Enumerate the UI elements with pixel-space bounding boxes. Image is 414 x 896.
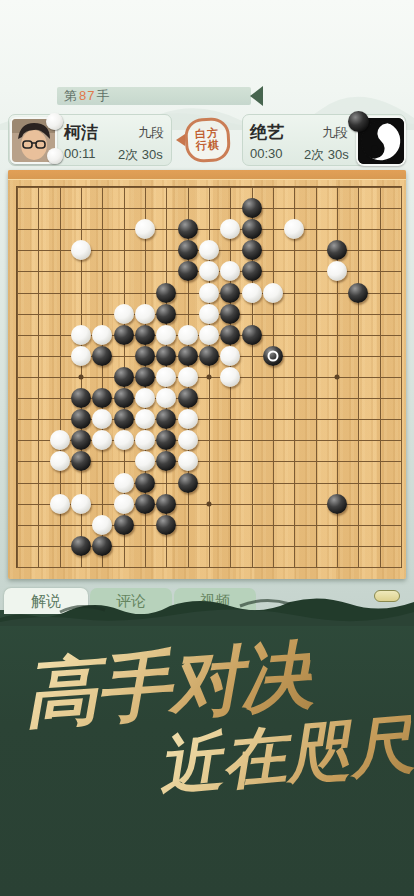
stone-white	[114, 473, 134, 493]
stone-white	[178, 325, 198, 345]
star-point	[207, 501, 212, 506]
turn-seal-line2: 行棋	[196, 139, 221, 152]
stone-black	[114, 325, 134, 345]
white-player-clock: 00:11	[64, 146, 96, 161]
stone-black	[327, 494, 347, 514]
stone-white	[71, 346, 91, 366]
collapsed-handle-pill[interactable]	[374, 590, 400, 602]
stone-white	[220, 219, 240, 239]
white-player-rank: 九段	[138, 124, 164, 142]
stone-white	[71, 494, 91, 514]
stone-black	[220, 304, 240, 324]
stone-black	[242, 261, 262, 281]
stone-white	[135, 388, 155, 408]
stone-white	[242, 283, 262, 303]
stone-black	[348, 283, 368, 303]
stone-white	[327, 261, 347, 281]
stone-black	[220, 283, 240, 303]
stone-white	[156, 325, 176, 345]
stone-black	[71, 409, 91, 429]
stone-white	[220, 261, 240, 281]
stone-black	[242, 219, 262, 239]
stone-black	[178, 473, 198, 493]
move-number-bar: 第87手	[57, 87, 251, 105]
grid-line-vertical	[316, 187, 317, 567]
stone-black	[156, 346, 176, 366]
white-stone-badge-small	[47, 148, 63, 164]
stone-white	[71, 325, 91, 345]
stone-black-last-move	[263, 346, 283, 366]
stone-black	[178, 219, 198, 239]
stone-black	[135, 346, 155, 366]
star-point	[335, 375, 340, 380]
ink-wash-mountains	[0, 592, 414, 626]
stone-white	[178, 430, 198, 450]
move-number-text: 第87手	[64, 87, 110, 105]
stone-black	[156, 430, 176, 450]
stone-black	[178, 240, 198, 260]
stone-white	[92, 409, 112, 429]
stone-black	[92, 388, 112, 408]
stone-black	[242, 325, 262, 345]
stone-black	[114, 367, 134, 387]
star-point	[79, 375, 84, 380]
stone-black	[71, 430, 91, 450]
app-screen: 第87手 柯洁 九段 00:11 2次 30s 白方 行棋 绝艺 九段 00:3…	[0, 0, 414, 896]
stone-black	[135, 473, 155, 493]
stone-white	[284, 219, 304, 239]
stone-white	[220, 367, 240, 387]
stone-black	[71, 388, 91, 408]
stone-white	[199, 240, 219, 260]
stone-white	[92, 325, 112, 345]
stone-black	[156, 515, 176, 535]
stone-black	[135, 494, 155, 514]
black-stone-badge	[348, 111, 369, 132]
black-player-clock: 00:30	[250, 146, 283, 161]
turn-indicator-arrow-icon	[176, 134, 185, 146]
stone-white	[199, 304, 219, 324]
grid-line-vertical	[380, 187, 381, 567]
black-player-name[interactable]: 绝艺	[250, 121, 284, 144]
stone-white	[178, 367, 198, 387]
stone-black	[178, 388, 198, 408]
stone-white	[50, 430, 70, 450]
stone-white	[135, 430, 155, 450]
grid-line-vertical	[294, 187, 295, 567]
stone-black	[92, 536, 112, 556]
stone-black	[71, 451, 91, 471]
grid-line-horizontal	[17, 483, 401, 484]
stone-white	[71, 240, 91, 260]
move-bar-arrow-icon[interactable]	[250, 86, 263, 106]
stone-white	[156, 367, 176, 387]
stone-white	[92, 515, 112, 535]
stone-black	[135, 367, 155, 387]
stone-black	[71, 536, 91, 556]
stone-black	[178, 346, 198, 366]
stone-black	[199, 346, 219, 366]
grid-line-vertical	[273, 187, 274, 567]
stone-black	[135, 325, 155, 345]
stone-white	[199, 325, 219, 345]
black-player-rank: 九段	[322, 124, 348, 142]
stone-white	[135, 409, 155, 429]
grid-line-vertical	[358, 187, 359, 567]
stone-white	[114, 430, 134, 450]
turn-seal: 白方 行棋	[184, 117, 231, 163]
star-point	[207, 375, 212, 380]
stone-black	[156, 494, 176, 514]
stone-black	[156, 304, 176, 324]
white-player-name[interactable]: 柯洁	[64, 121, 98, 144]
stone-black	[156, 409, 176, 429]
stone-black	[114, 515, 134, 535]
grid-line-horizontal	[17, 567, 401, 568]
stone-black	[92, 346, 112, 366]
stone-white	[50, 451, 70, 471]
stone-white	[220, 346, 240, 366]
stone-black	[156, 283, 176, 303]
stone-black	[114, 409, 134, 429]
stone-white	[135, 304, 155, 324]
board-grid	[17, 187, 401, 567]
go-board[interactable]	[8, 170, 406, 579]
stone-white	[135, 451, 155, 471]
stone-white	[178, 451, 198, 471]
stone-black	[220, 325, 240, 345]
stone-white	[114, 304, 134, 324]
stone-white	[114, 494, 134, 514]
stone-black	[114, 388, 134, 408]
stone-white	[263, 283, 283, 303]
stone-white	[199, 283, 219, 303]
stone-black	[178, 261, 198, 281]
grid-line-horizontal	[17, 525, 401, 526]
stone-black	[242, 240, 262, 260]
grid-line-vertical	[401, 187, 402, 567]
stone-white	[178, 409, 198, 429]
stone-black	[327, 240, 347, 260]
stone-white	[50, 494, 70, 514]
stone-white	[135, 219, 155, 239]
white-player-byoyomi: 2次 30s	[118, 146, 163, 164]
stone-white	[156, 388, 176, 408]
white-stone-badge	[46, 113, 63, 130]
stone-black	[156, 451, 176, 471]
black-player-byoyomi: 2次 30s	[304, 146, 349, 164]
stone-white	[199, 261, 219, 281]
stone-white	[92, 430, 112, 450]
stone-black	[242, 198, 262, 218]
move-number-value: 87	[78, 88, 96, 103]
